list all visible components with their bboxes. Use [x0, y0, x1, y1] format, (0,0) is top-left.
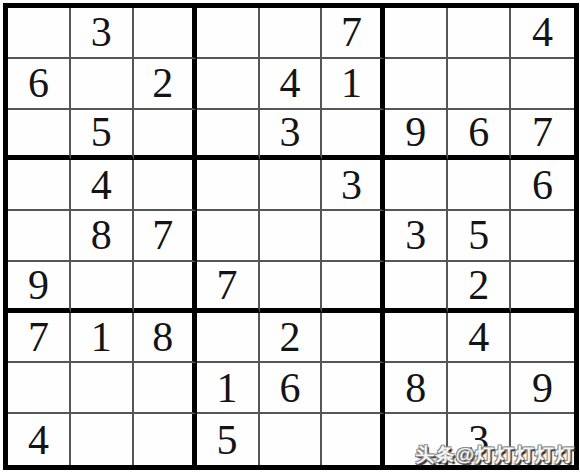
cell-r5c3[interactable]: 7 — [134, 211, 197, 262]
cell-r3c6[interactable] — [322, 110, 385, 161]
cell-r5c5[interactable] — [260, 211, 323, 262]
cell-r7c7[interactable] — [385, 313, 448, 364]
cell-r2c3[interactable]: 2 — [134, 59, 197, 110]
cell-r4c6[interactable]: 3 — [322, 160, 385, 211]
cell-r3c7[interactable]: 9 — [385, 110, 448, 161]
cell-r5c4[interactable] — [197, 211, 260, 262]
cell-r6c4[interactable]: 7 — [197, 262, 260, 313]
cell-r1c1[interactable] — [8, 8, 71, 59]
cell-r8c5[interactable]: 6 — [260, 363, 323, 414]
cell-r8c7[interactable]: 8 — [385, 363, 448, 414]
cell-r1c4[interactable] — [197, 8, 260, 59]
cell-r9c4[interactable]: 5 — [197, 414, 260, 465]
cell-r3c5[interactable]: 3 — [260, 110, 323, 161]
cell-r7c8[interactable]: 4 — [448, 313, 511, 364]
cell-r3c8[interactable]: 6 — [448, 110, 511, 161]
cell-r1c6[interactable]: 7 — [322, 8, 385, 59]
cell-r2c1[interactable]: 6 — [8, 59, 71, 110]
cell-r2c2[interactable] — [71, 59, 134, 110]
cell-r7c2[interactable]: 1 — [71, 313, 134, 364]
cell-r7c1[interactable]: 7 — [8, 313, 71, 364]
cell-r9c1[interactable]: 4 — [8, 414, 71, 465]
cell-r5c9[interactable] — [511, 211, 574, 262]
cell-r8c9[interactable]: 9 — [511, 363, 574, 414]
cell-r2c8[interactable] — [448, 59, 511, 110]
cell-r7c5[interactable]: 2 — [260, 313, 323, 364]
cell-r6c3[interactable] — [134, 262, 197, 313]
cell-r3c9[interactable]: 7 — [511, 110, 574, 161]
cell-r4c2[interactable]: 4 — [71, 160, 134, 211]
cell-r9c3[interactable] — [134, 414, 197, 465]
sudoku-puzzle-image: 3746241539674368735972718241689453 头条@灯灯… — [0, 0, 580, 473]
cell-r4c5[interactable] — [260, 160, 323, 211]
cell-r4c9[interactable]: 6 — [511, 160, 574, 211]
cell-r2c6[interactable]: 1 — [322, 59, 385, 110]
cell-r3c2[interactable]: 5 — [71, 110, 134, 161]
cell-r2c4[interactable] — [197, 59, 260, 110]
cell-r5c2[interactable]: 8 — [71, 211, 134, 262]
sudoku-board: 3746241539674368735972718241689453 — [3, 3, 579, 470]
cell-r4c4[interactable] — [197, 160, 260, 211]
cell-r1c3[interactable] — [134, 8, 197, 59]
cell-r7c6[interactable] — [322, 313, 385, 364]
cell-r2c5[interactable]: 4 — [260, 59, 323, 110]
cell-r8c1[interactable] — [8, 363, 71, 414]
cell-r4c8[interactable] — [448, 160, 511, 211]
cell-r6c7[interactable] — [385, 262, 448, 313]
cell-r4c7[interactable] — [385, 160, 448, 211]
cell-r1c9[interactable]: 4 — [511, 8, 574, 59]
cell-r6c8[interactable]: 2 — [448, 262, 511, 313]
cell-r5c8[interactable]: 5 — [448, 211, 511, 262]
cell-r6c2[interactable] — [71, 262, 134, 313]
cell-r6c6[interactable] — [322, 262, 385, 313]
watermark-text: 头条@灯灯灯灯灯 — [415, 442, 575, 468]
cell-r8c2[interactable] — [71, 363, 134, 414]
cell-r1c5[interactable] — [260, 8, 323, 59]
cell-r5c6[interactable] — [322, 211, 385, 262]
cell-r6c5[interactable] — [260, 262, 323, 313]
cell-r1c2[interactable]: 3 — [71, 8, 134, 59]
cell-r6c1[interactable]: 9 — [8, 262, 71, 313]
cell-r9c6[interactable] — [322, 414, 385, 465]
cell-r8c6[interactable] — [322, 363, 385, 414]
cell-r5c1[interactable] — [8, 211, 71, 262]
cell-r9c2[interactable] — [71, 414, 134, 465]
cell-r4c1[interactable] — [8, 160, 71, 211]
cell-r3c4[interactable] — [197, 110, 260, 161]
cell-r8c8[interactable] — [448, 363, 511, 414]
cell-r3c3[interactable] — [134, 110, 197, 161]
cell-r8c4[interactable]: 1 — [197, 363, 260, 414]
cell-r5c7[interactable]: 3 — [385, 211, 448, 262]
cell-r1c8[interactable] — [448, 8, 511, 59]
cell-r3c1[interactable] — [8, 110, 71, 161]
cell-r6c9[interactable] — [511, 262, 574, 313]
cell-r1c7[interactable] — [385, 8, 448, 59]
cell-r7c3[interactable]: 8 — [134, 313, 197, 364]
cell-r4c3[interactable] — [134, 160, 197, 211]
cell-r2c9[interactable] — [511, 59, 574, 110]
cell-r2c7[interactable] — [385, 59, 448, 110]
cell-r7c9[interactable] — [511, 313, 574, 364]
cell-r9c5[interactable] — [260, 414, 323, 465]
cell-r8c3[interactable] — [134, 363, 197, 414]
cell-r7c4[interactable] — [197, 313, 260, 364]
